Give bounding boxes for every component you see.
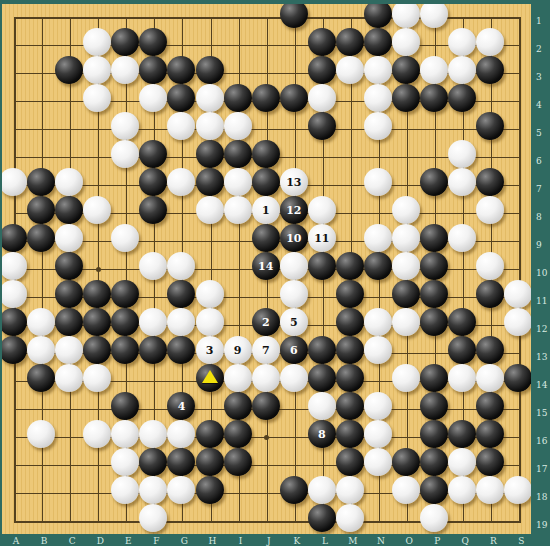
black-stone — [196, 476, 224, 504]
white-stone — [196, 112, 224, 140]
white-stone — [139, 308, 167, 336]
white-stone — [448, 140, 476, 168]
black-stone — [224, 392, 252, 420]
black-stone — [27, 168, 55, 196]
white-stone — [504, 476, 531, 504]
row-label: 6 — [536, 156, 550, 166]
white-stone — [392, 4, 420, 28]
white-stone — [392, 364, 420, 392]
white-stone — [364, 336, 392, 364]
white-stone — [111, 140, 139, 168]
black-stone — [308, 336, 336, 364]
black-stone — [392, 280, 420, 308]
white-stone — [448, 364, 476, 392]
white-stone — [167, 308, 195, 336]
black-stone: 2 — [252, 308, 280, 336]
black-stone — [55, 56, 83, 84]
black-stone — [476, 280, 504, 308]
black-stone — [111, 280, 139, 308]
column-label: B — [37, 536, 51, 546]
black-stone — [252, 168, 280, 196]
black-stone — [111, 308, 139, 336]
column-label: Q — [458, 536, 472, 546]
go-board[interactable]: 1311210111425397648 — [2, 4, 531, 534]
column-label: C — [65, 536, 79, 546]
white-stone — [27, 336, 55, 364]
white-stone — [111, 112, 139, 140]
white-stone — [111, 56, 139, 84]
black-stone — [139, 140, 167, 168]
black-stone — [139, 336, 167, 364]
white-stone — [167, 168, 195, 196]
black-stone — [392, 84, 420, 112]
white-stone — [252, 364, 280, 392]
white-stone — [196, 84, 224, 112]
black-stone — [336, 252, 364, 280]
white-stone — [308, 196, 336, 224]
white-stone — [167, 252, 195, 280]
grid-line-horizontal — [14, 129, 521, 130]
white-stone — [83, 420, 111, 448]
column-label: O — [402, 536, 416, 546]
white-stone — [224, 112, 252, 140]
black-stone — [2, 308, 27, 336]
black-stone — [167, 280, 195, 308]
black-stone — [308, 364, 336, 392]
white-stone — [364, 112, 392, 140]
white-stone: 3 — [196, 336, 224, 364]
black-stone — [224, 420, 252, 448]
black-stone — [448, 420, 476, 448]
black-stone — [196, 168, 224, 196]
white-stone — [139, 504, 167, 532]
white-stone — [83, 364, 111, 392]
white-stone — [55, 224, 83, 252]
black-stone — [448, 308, 476, 336]
black-stone — [196, 56, 224, 84]
move-number-label: 5 — [290, 317, 298, 328]
black-stone — [364, 252, 392, 280]
white-stone — [308, 84, 336, 112]
white-stone — [139, 476, 167, 504]
white-stone — [111, 420, 139, 448]
black-stone — [27, 224, 55, 252]
white-stone — [167, 112, 195, 140]
column-label: M — [346, 536, 360, 546]
white-stone — [55, 336, 83, 364]
black-stone — [2, 336, 27, 364]
black-stone — [139, 28, 167, 56]
white-stone — [83, 84, 111, 112]
white-stone — [364, 308, 392, 336]
white-stone — [364, 168, 392, 196]
move-number-label: 13 — [286, 177, 301, 188]
white-stone — [392, 224, 420, 252]
black-stone — [167, 84, 195, 112]
white-stone — [336, 476, 364, 504]
black-stone — [252, 84, 280, 112]
black-stone: 10 — [280, 224, 308, 252]
move-number-label: 6 — [290, 345, 298, 356]
black-stone — [83, 308, 111, 336]
white-stone — [83, 196, 111, 224]
white-stone — [336, 56, 364, 84]
white-stone — [2, 168, 27, 196]
white-stone — [476, 252, 504, 280]
white-stone — [196, 280, 224, 308]
white-stone — [448, 476, 476, 504]
row-label: 13 — [536, 352, 550, 362]
white-stone — [280, 252, 308, 280]
row-label: 7 — [536, 184, 550, 194]
white-stone — [139, 84, 167, 112]
black-stone — [448, 336, 476, 364]
black-stone — [55, 252, 83, 280]
black-stone — [336, 364, 364, 392]
column-label: I — [234, 536, 248, 546]
white-stone — [167, 420, 195, 448]
black-stone — [336, 336, 364, 364]
white-stone — [448, 224, 476, 252]
black-stone — [476, 336, 504, 364]
black-stone — [476, 112, 504, 140]
black-stone: 4 — [167, 392, 195, 420]
black-stone — [252, 140, 280, 168]
black-stone — [476, 420, 504, 448]
white-stone: 11 — [308, 224, 336, 252]
black-stone — [280, 84, 308, 112]
row-label: 11 — [536, 296, 550, 306]
black-stone — [224, 140, 252, 168]
black-stone: 12 — [280, 196, 308, 224]
white-stone — [476, 28, 504, 56]
black-stone — [420, 84, 448, 112]
black-stone — [308, 252, 336, 280]
white-stone — [476, 196, 504, 224]
white-stone — [364, 392, 392, 420]
black-stone — [364, 4, 392, 28]
move-number-label: 7 — [262, 345, 270, 356]
black-stone — [308, 56, 336, 84]
black-stone — [308, 504, 336, 532]
black-stone — [420, 224, 448, 252]
black-stone — [420, 448, 448, 476]
white-stone — [420, 56, 448, 84]
go-app-window: 1311210111425397648 ABCDEFGHIJKLMNOPQRS1… — [0, 0, 550, 546]
black-stone — [448, 84, 476, 112]
row-label: 16 — [536, 436, 550, 446]
column-label: E — [121, 536, 135, 546]
white-stone — [2, 252, 27, 280]
column-label: R — [486, 536, 500, 546]
white-stone — [392, 28, 420, 56]
black-stone — [392, 448, 420, 476]
column-label: A — [9, 536, 23, 546]
white-stone — [83, 56, 111, 84]
black-stone — [336, 280, 364, 308]
white-stone — [55, 168, 83, 196]
black-stone — [392, 56, 420, 84]
move-number-label: 4 — [178, 401, 186, 412]
black-stone — [139, 56, 167, 84]
white-stone — [27, 420, 55, 448]
white-stone — [392, 196, 420, 224]
white-stone — [364, 56, 392, 84]
white-stone — [504, 280, 531, 308]
white-stone: 9 — [224, 336, 252, 364]
black-stone — [476, 448, 504, 476]
black-stone — [420, 252, 448, 280]
row-label: 15 — [536, 408, 550, 418]
white-stone — [448, 28, 476, 56]
move-number-label: 8 — [318, 429, 326, 440]
white-stone — [2, 280, 27, 308]
move-number-label: 9 — [234, 345, 242, 356]
black-stone — [420, 476, 448, 504]
black-stone — [420, 168, 448, 196]
white-stone — [420, 4, 448, 28]
black-stone — [55, 308, 83, 336]
black-stone — [139, 168, 167, 196]
move-number-label: 14 — [258, 261, 273, 272]
black-stone — [55, 196, 83, 224]
column-label: S — [514, 536, 528, 546]
white-stone — [504, 308, 531, 336]
black-stone — [196, 448, 224, 476]
white-stone — [280, 364, 308, 392]
white-stone — [448, 448, 476, 476]
white-stone — [224, 168, 252, 196]
move-number-label: 12 — [286, 205, 301, 216]
column-label: N — [374, 536, 388, 546]
move-number-label: 1 — [262, 205, 270, 216]
white-stone — [111, 224, 139, 252]
white-stone — [392, 252, 420, 280]
move-number-label: 2 — [262, 317, 270, 328]
black-stone — [27, 196, 55, 224]
row-label: 3 — [536, 72, 550, 82]
white-stone — [308, 392, 336, 420]
black-stone — [111, 392, 139, 420]
white-stone — [364, 84, 392, 112]
white-stone: 7 — [252, 336, 280, 364]
black-stone — [224, 84, 252, 112]
white-stone — [224, 364, 252, 392]
black-stone — [308, 112, 336, 140]
white-stone — [448, 56, 476, 84]
white-stone — [364, 420, 392, 448]
black-stone — [336, 392, 364, 420]
white-stone: 1 — [252, 196, 280, 224]
grid-line-vertical — [519, 17, 521, 523]
column-label: H — [206, 536, 220, 546]
row-label: 9 — [536, 240, 550, 250]
black-stone — [2, 224, 27, 252]
row-label: 12 — [536, 324, 550, 334]
white-stone — [280, 280, 308, 308]
white-stone — [336, 504, 364, 532]
black-stone — [280, 476, 308, 504]
black-stone — [111, 28, 139, 56]
black-stone — [55, 280, 83, 308]
black-stone — [280, 4, 308, 28]
row-label: 19 — [536, 520, 550, 530]
white-stone — [476, 476, 504, 504]
row-label: 18 — [536, 492, 550, 502]
row-label: 2 — [536, 44, 550, 54]
black-stone — [167, 448, 195, 476]
black-stone — [420, 364, 448, 392]
white-stone: 5 — [280, 308, 308, 336]
white-stone — [364, 448, 392, 476]
white-stone — [224, 196, 252, 224]
white-stone — [476, 364, 504, 392]
black-stone — [476, 392, 504, 420]
column-label: F — [149, 536, 163, 546]
white-stone — [139, 252, 167, 280]
black-stone — [83, 280, 111, 308]
black-stone — [476, 168, 504, 196]
black-stone — [167, 336, 195, 364]
white-stone — [420, 504, 448, 532]
black-stone — [420, 280, 448, 308]
white-stone — [196, 196, 224, 224]
black-stone — [420, 420, 448, 448]
white-stone — [308, 476, 336, 504]
black-stone — [336, 420, 364, 448]
move-number-label: 3 — [206, 345, 214, 356]
row-label: 8 — [536, 212, 550, 222]
black-stone — [336, 308, 364, 336]
move-number-label: 11 — [314, 233, 329, 244]
black-stone — [420, 308, 448, 336]
white-stone — [392, 308, 420, 336]
star-point — [264, 435, 269, 440]
white-stone — [111, 448, 139, 476]
column-label: J — [262, 536, 276, 546]
column-label: L — [318, 536, 332, 546]
black-stone — [196, 420, 224, 448]
black-stone: 8 — [308, 420, 336, 448]
black-stone — [252, 392, 280, 420]
row-label: 17 — [536, 464, 550, 474]
black-stone — [167, 56, 195, 84]
black-stone — [420, 392, 448, 420]
black-stone — [224, 448, 252, 476]
black-stone — [139, 448, 167, 476]
row-label: 14 — [536, 380, 550, 390]
black-stone — [111, 336, 139, 364]
white-stone — [55, 364, 83, 392]
black-stone — [364, 28, 392, 56]
black-stone — [196, 140, 224, 168]
white-stone — [83, 28, 111, 56]
black-stone — [476, 56, 504, 84]
row-label: 10 — [536, 268, 550, 278]
move-number-label: 10 — [286, 233, 301, 244]
row-label: 5 — [536, 128, 550, 138]
black-stone — [336, 28, 364, 56]
white-stone — [111, 476, 139, 504]
white-stone: 13 — [280, 168, 308, 196]
white-stone — [167, 476, 195, 504]
column-label: K — [290, 536, 304, 546]
white-stone — [364, 224, 392, 252]
row-label: 1 — [536, 16, 550, 26]
white-stone — [196, 308, 224, 336]
black-stone — [336, 448, 364, 476]
black-stone: 6 — [280, 336, 308, 364]
black-stone — [27, 364, 55, 392]
column-label: D — [93, 536, 107, 546]
black-stone: 14 — [252, 252, 280, 280]
white-stone — [392, 476, 420, 504]
white-stone — [448, 168, 476, 196]
black-stone — [504, 364, 531, 392]
black-stone — [308, 28, 336, 56]
row-label: 4 — [536, 100, 550, 110]
triangle-marker — [202, 370, 218, 383]
black-stone — [252, 224, 280, 252]
column-label: G — [177, 536, 191, 546]
black-stone — [139, 196, 167, 224]
white-stone — [139, 420, 167, 448]
star-point — [96, 267, 101, 272]
black-stone — [83, 336, 111, 364]
white-stone — [27, 308, 55, 336]
column-label: P — [430, 536, 444, 546]
